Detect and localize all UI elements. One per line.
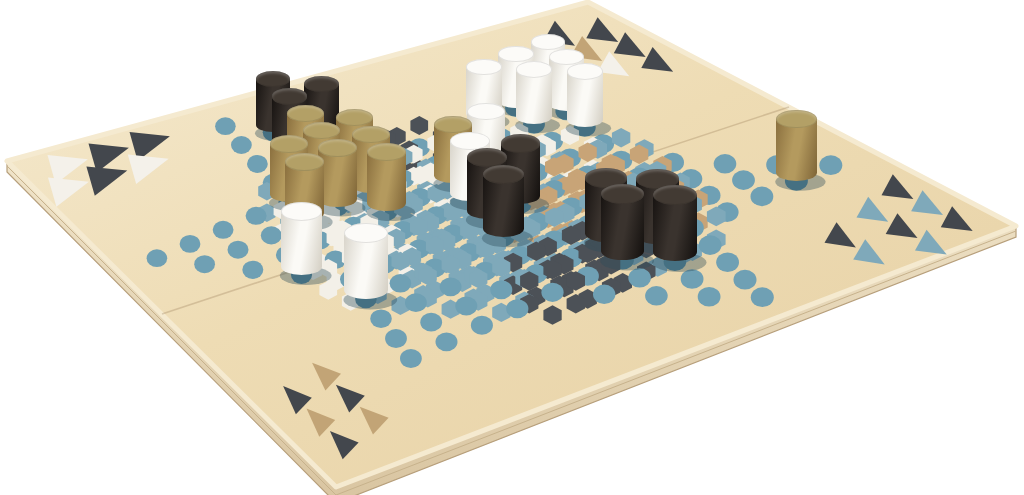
- star-hole-r11c0[interactable]: [180, 235, 201, 253]
- star-hole-r4c0[interactable]: [215, 117, 236, 135]
- peg-black-r9c5[interactable]: [483, 165, 524, 237]
- star-hole-r9c0[interactable]: [246, 207, 267, 225]
- peg-body: [776, 119, 817, 181]
- peg-top: [567, 63, 604, 80]
- star-hole-r12c6[interactable]: [440, 277, 462, 296]
- star-hole-r15c1[interactable]: [436, 332, 458, 351]
- peg-white-r2c1[interactable]: [516, 61, 552, 124]
- star-hole-r12c5[interactable]: [390, 274, 412, 293]
- peg-top: [287, 105, 324, 122]
- peg-top: [601, 184, 644, 204]
- star-hole-r11c1[interactable]: [228, 241, 249, 259]
- peg-top: [281, 202, 323, 221]
- star-hole-r14c0[interactable]: [370, 309, 392, 328]
- star-hole-r6c10[interactable]: [751, 187, 774, 207]
- star-hole-r10c1[interactable]: [261, 226, 282, 244]
- star-hole-r13c3[interactable]: [506, 299, 528, 318]
- peg-top: [367, 143, 406, 161]
- peg-top: [776, 110, 817, 129]
- peg-top: [272, 88, 308, 105]
- star-hole-r10c10[interactable]: [716, 252, 739, 272]
- star-hole-r12c10[interactable]: [645, 286, 668, 305]
- star-hole-r13c2[interactable]: [455, 297, 477, 316]
- peg-black-r10c8[interactable]: [601, 184, 644, 260]
- star-hole-r4c12[interactable]: [819, 155, 842, 175]
- peg-white-r2c2[interactable]: [567, 63, 604, 127]
- scene: [0, 0, 1024, 495]
- star-hole-r6c0[interactable]: [247, 155, 268, 173]
- peg-gold-r5c11[interactable]: [776, 110, 817, 181]
- peg-white-r12c3[interactable]: [281, 202, 323, 275]
- star-hole-r11c11[interactable]: [734, 270, 757, 290]
- star-hole-r5c10[interactable]: [732, 170, 755, 190]
- star-hole-r12c12[interactable]: [751, 287, 774, 307]
- peg-top: [516, 61, 552, 78]
- star-hole-r12c9[interactable]: [593, 285, 615, 304]
- peg-top: [483, 165, 524, 184]
- star-hole-r12c1[interactable]: [194, 255, 215, 273]
- peg-top: [285, 153, 324, 171]
- peg-white-r13c0[interactable]: [344, 223, 387, 299]
- star-hole-r11c9[interactable]: [628, 268, 651, 287]
- star-hole-r9c9[interactable]: [699, 235, 722, 255]
- star-hole-r14c2[interactable]: [471, 316, 493, 335]
- peg-top: [653, 185, 697, 205]
- peg-top: [498, 46, 533, 62]
- star-hole-r12c7[interactable]: [490, 280, 512, 299]
- peg-gold-r8c1[interactable]: [318, 139, 357, 207]
- peg-top: [318, 139, 357, 157]
- peg-black-r10c9[interactable]: [653, 185, 697, 262]
- star-hole-r5c0[interactable]: [231, 136, 252, 154]
- star-hole-r13c1[interactable]: [405, 293, 427, 312]
- star-hole-r15c0[interactable]: [385, 329, 407, 348]
- star-hole-r16c0[interactable]: [400, 349, 422, 368]
- peg-top: [466, 59, 502, 75]
- peg-body: [567, 72, 604, 128]
- star-hole-r4c10[interactable]: [714, 154, 737, 173]
- star-hole-r12c8[interactable]: [541, 283, 563, 302]
- peg-top: [467, 103, 505, 120]
- star-hole-r12c0[interactable]: [147, 249, 168, 267]
- peg-top: [344, 223, 387, 243]
- star-hole-r11c10[interactable]: [681, 269, 704, 289]
- star-hole-r14c1[interactable]: [420, 313, 442, 332]
- peg-top: [531, 34, 566, 50]
- star-hole-r12c11[interactable]: [698, 287, 721, 307]
- peg-gold-r8c2[interactable]: [367, 143, 406, 212]
- star-hole-r12c2[interactable]: [242, 261, 263, 279]
- peg-top: [270, 135, 308, 153]
- star-hole-r10c0[interactable]: [213, 221, 234, 239]
